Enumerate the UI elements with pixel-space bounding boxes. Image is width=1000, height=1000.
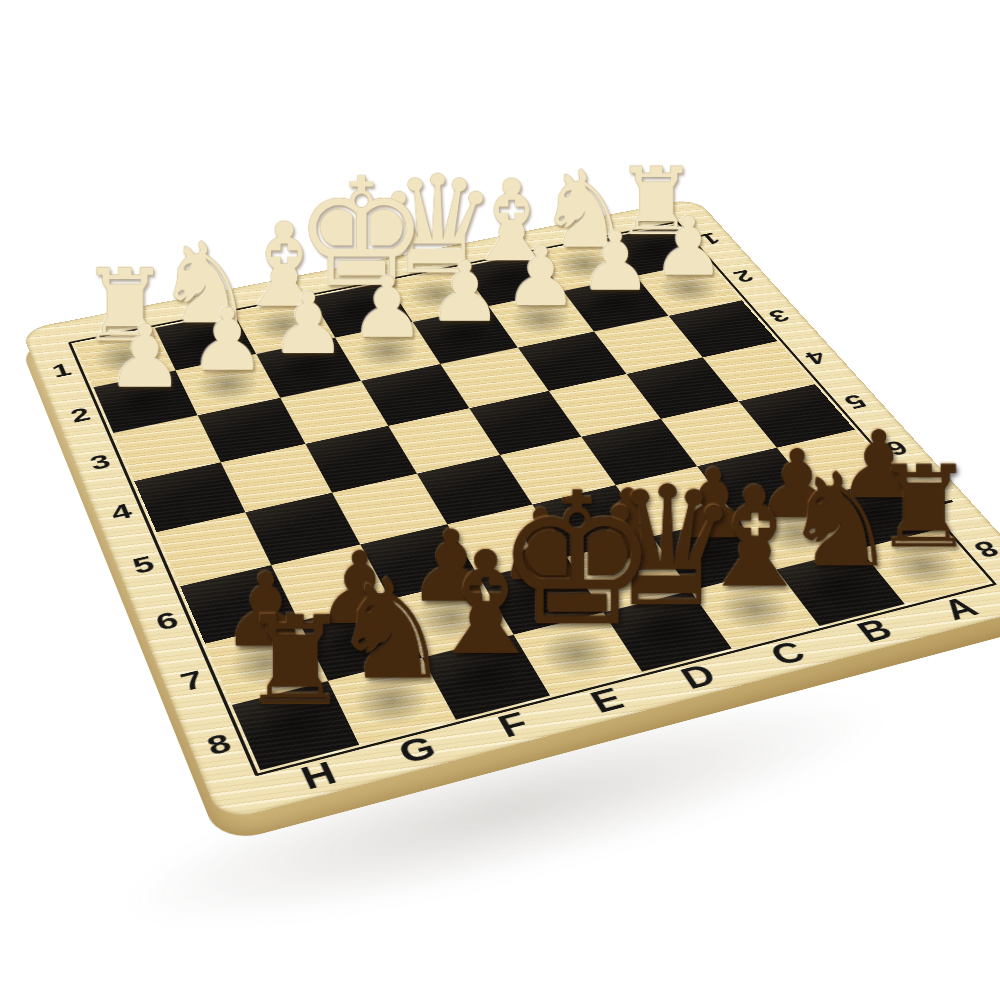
photo-canvas: ♜♞♝♚♛♝♞♜♟♟♟♟♟♟♟♟♟♟♟♟♟♟♟♟♜♞♝♚♛♝♞♜ 1234567… — [0, 0, 1000, 1000]
square-f4[interactable] — [305, 426, 417, 493]
black-rook-glyph[interactable]: ♜ — [191, 601, 399, 724]
white-pawn-glyph[interactable]: ♟ — [58, 313, 232, 400]
